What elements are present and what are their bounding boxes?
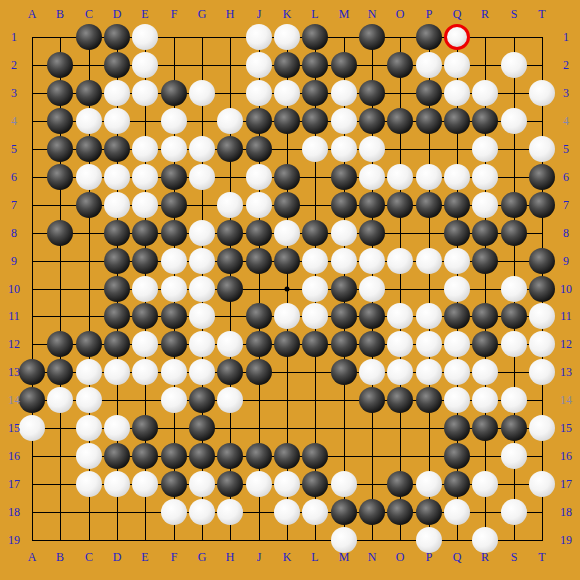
stone-black-D11[interactable]	[104, 303, 130, 329]
stone-white-F4[interactable]	[161, 108, 187, 134]
stone-white-K18[interactable]	[274, 499, 300, 525]
intersection-R1[interactable]	[471, 23, 499, 51]
stone-white-G11[interactable]	[189, 303, 215, 329]
stone-black-G15[interactable]	[189, 415, 215, 441]
intersection-A16[interactable]	[18, 442, 46, 470]
stone-black-E8[interactable]	[132, 220, 158, 246]
intersection-B1[interactable]	[46, 23, 74, 51]
stone-black-E15[interactable]	[132, 415, 158, 441]
stone-black-S11[interactable]	[501, 303, 527, 329]
stone-black-C5[interactable]	[76, 136, 102, 162]
stone-white-D15[interactable]	[104, 415, 130, 441]
stone-black-F17[interactable]	[161, 471, 187, 497]
stone-white-O6[interactable]	[387, 164, 413, 190]
intersection-A11[interactable]	[18, 302, 46, 330]
intersection-T8[interactable]	[528, 219, 556, 247]
intersection-F2[interactable]	[160, 51, 188, 79]
intersection-O16[interactable]	[386, 442, 414, 470]
stone-black-L17[interactable]	[302, 471, 328, 497]
stone-black-F12[interactable]	[161, 331, 187, 357]
stone-white-G9[interactable]	[189, 248, 215, 274]
stone-black-Q16[interactable]	[444, 443, 470, 469]
stone-white-P11[interactable]	[416, 303, 442, 329]
stone-white-K3[interactable]	[274, 80, 300, 106]
stone-white-G17[interactable]	[189, 471, 215, 497]
stone-white-H18[interactable]	[217, 499, 243, 525]
stone-white-F9[interactable]	[161, 248, 187, 274]
stone-black-F6[interactable]	[161, 164, 187, 190]
stone-white-M17[interactable]	[331, 471, 357, 497]
intersection-N2[interactable]	[358, 51, 386, 79]
stone-black-N11[interactable]	[359, 303, 385, 329]
stone-black-C1[interactable]	[76, 24, 102, 50]
stone-white-O13[interactable]	[387, 359, 413, 385]
stone-white-Q2[interactable]	[444, 52, 470, 78]
stone-white-R5[interactable]	[472, 136, 498, 162]
stone-white-T12[interactable]	[529, 331, 555, 357]
stone-black-L12[interactable]	[302, 331, 328, 357]
stone-white-N10[interactable]	[359, 276, 385, 302]
intersection-K5[interactable]	[273, 135, 301, 163]
intersection-R10[interactable]	[471, 275, 499, 303]
intersection-D14[interactable]	[103, 386, 131, 414]
stone-white-T17[interactable]	[529, 471, 555, 497]
stone-black-O2[interactable]	[387, 52, 413, 78]
intersection-B10[interactable]	[46, 275, 74, 303]
stone-white-H12[interactable]	[217, 331, 243, 357]
stone-white-L11[interactable]	[302, 303, 328, 329]
intersection-T14[interactable]	[528, 386, 556, 414]
stone-black-P3[interactable]	[416, 80, 442, 106]
intersection-B17[interactable]	[46, 470, 74, 498]
stone-black-C7[interactable]	[76, 192, 102, 218]
stone-white-O9[interactable]	[387, 248, 413, 274]
intersection-K15[interactable]	[273, 414, 301, 442]
stone-white-P17[interactable]	[416, 471, 442, 497]
stone-black-N3[interactable]	[359, 80, 385, 106]
stone-black-M10[interactable]	[331, 276, 357, 302]
stone-white-S10[interactable]	[501, 276, 527, 302]
intersection-T16[interactable]	[528, 442, 556, 470]
stone-black-N12[interactable]	[359, 331, 385, 357]
stone-white-S4[interactable]	[501, 108, 527, 134]
stone-black-G16[interactable]	[189, 443, 215, 469]
stone-white-N5[interactable]	[359, 136, 385, 162]
stone-white-C6[interactable]	[76, 164, 102, 190]
stone-white-T11[interactable]	[529, 303, 555, 329]
stone-black-O14[interactable]	[387, 387, 413, 413]
intersection-J10[interactable]	[245, 275, 273, 303]
stone-black-J9[interactable]	[246, 248, 272, 274]
stone-white-E6[interactable]	[132, 164, 158, 190]
stone-white-Q6[interactable]	[444, 164, 470, 190]
stone-black-B12[interactable]	[47, 331, 73, 357]
intersection-A4[interactable]	[18, 107, 46, 135]
stone-white-F5[interactable]	[161, 136, 187, 162]
intersection-A7[interactable]	[18, 191, 46, 219]
stone-white-E2[interactable]	[132, 52, 158, 78]
intersection-P16[interactable]	[415, 442, 443, 470]
intersection-L15[interactable]	[301, 414, 329, 442]
stone-white-B14[interactable]	[47, 387, 73, 413]
intersection-K14[interactable]	[273, 386, 301, 414]
stone-white-Q18[interactable]	[444, 499, 470, 525]
stone-black-M6[interactable]	[331, 164, 357, 190]
stone-white-E5[interactable]	[132, 136, 158, 162]
stone-black-G14[interactable]	[189, 387, 215, 413]
stone-black-A14[interactable]	[19, 387, 45, 413]
stone-white-S18[interactable]	[501, 499, 527, 525]
stone-black-D8[interactable]	[104, 220, 130, 246]
stone-white-J17[interactable]	[246, 471, 272, 497]
stone-white-C16[interactable]	[76, 443, 102, 469]
intersection-A10[interactable]	[18, 275, 46, 303]
stone-black-J5[interactable]	[246, 136, 272, 162]
stone-white-O11[interactable]	[387, 303, 413, 329]
stone-white-M8[interactable]	[331, 220, 357, 246]
stone-black-P14[interactable]	[416, 387, 442, 413]
stone-white-E10[interactable]	[132, 276, 158, 302]
intersection-A3[interactable]	[18, 79, 46, 107]
stone-white-G6[interactable]	[189, 164, 215, 190]
stone-white-D4[interactable]	[104, 108, 130, 134]
stone-black-S8[interactable]	[501, 220, 527, 246]
intersection-A17[interactable]	[18, 470, 46, 498]
stone-white-T13[interactable]	[529, 359, 555, 385]
stone-white-T15[interactable]	[529, 415, 555, 441]
last-move-marker-Q1[interactable]	[444, 24, 470, 50]
intersection-J15[interactable]	[245, 414, 273, 442]
stone-black-H5[interactable]	[217, 136, 243, 162]
stone-white-L9[interactable]	[302, 248, 328, 274]
intersection-M15[interactable]	[330, 414, 358, 442]
stone-white-P9[interactable]	[416, 248, 442, 274]
stone-white-R7[interactable]	[472, 192, 498, 218]
stone-white-S2[interactable]	[501, 52, 527, 78]
stone-white-D3[interactable]	[104, 80, 130, 106]
intersection-B16[interactable]	[46, 442, 74, 470]
stone-black-D2[interactable]	[104, 52, 130, 78]
stone-white-S16[interactable]	[501, 443, 527, 469]
intersection-J14[interactable]	[245, 386, 273, 414]
intersection-A8[interactable]	[18, 219, 46, 247]
stone-black-J12[interactable]	[246, 331, 272, 357]
stone-white-K11[interactable]	[274, 303, 300, 329]
stone-black-M11[interactable]	[331, 303, 357, 329]
stone-white-C17[interactable]	[76, 471, 102, 497]
stone-black-B8[interactable]	[47, 220, 73, 246]
stone-black-Q11[interactable]	[444, 303, 470, 329]
stone-white-J2[interactable]	[246, 52, 272, 78]
stone-black-F7[interactable]	[161, 192, 187, 218]
stone-white-Q3[interactable]	[444, 80, 470, 106]
stone-white-K1[interactable]	[274, 24, 300, 50]
intersection-C8[interactable]	[75, 219, 103, 247]
stone-black-D10[interactable]	[104, 276, 130, 302]
intersection-K10[interactable]	[273, 275, 301, 303]
intersection-M1[interactable]	[330, 23, 358, 51]
stone-black-F11[interactable]	[161, 303, 187, 329]
stone-black-N4[interactable]	[359, 108, 385, 134]
intersection-Q5[interactable]	[443, 135, 471, 163]
stone-white-E13[interactable]	[132, 359, 158, 385]
stone-white-H4[interactable]	[217, 108, 243, 134]
intersection-O3[interactable]	[386, 79, 414, 107]
stone-black-P4[interactable]	[416, 108, 442, 134]
intersection-J18[interactable]	[245, 498, 273, 526]
intersection-C10[interactable]	[75, 275, 103, 303]
intersection-M16[interactable]	[330, 442, 358, 470]
stone-black-P18[interactable]	[416, 499, 442, 525]
stone-black-D16[interactable]	[104, 443, 130, 469]
intersection-K13[interactable]	[273, 358, 301, 386]
stone-white-E1[interactable]	[132, 24, 158, 50]
stone-white-G18[interactable]	[189, 499, 215, 525]
intersection-G2[interactable]	[188, 51, 216, 79]
stone-black-J4[interactable]	[246, 108, 272, 134]
stone-white-N13[interactable]	[359, 359, 385, 385]
intersection-T2[interactable]	[528, 51, 556, 79]
intersection-L14[interactable]	[301, 386, 329, 414]
stone-white-T5[interactable]	[529, 136, 555, 162]
stone-black-T10[interactable]	[529, 276, 555, 302]
stone-black-L16[interactable]	[302, 443, 328, 469]
stone-black-Q7[interactable]	[444, 192, 470, 218]
stone-white-C14[interactable]	[76, 387, 102, 413]
intersection-H2[interactable]	[216, 51, 244, 79]
stone-black-N7[interactable]	[359, 192, 385, 218]
stone-black-L4[interactable]	[302, 108, 328, 134]
intersection-S9[interactable]	[500, 247, 528, 275]
intersection-H15[interactable]	[216, 414, 244, 442]
stone-black-M2[interactable]	[331, 52, 357, 78]
stone-black-H8[interactable]	[217, 220, 243, 246]
intersection-B15[interactable]	[46, 414, 74, 442]
stone-white-J7[interactable]	[246, 192, 272, 218]
intersection-S17[interactable]	[500, 470, 528, 498]
stone-white-D17[interactable]	[104, 471, 130, 497]
stone-black-E11[interactable]	[132, 303, 158, 329]
intersection-H3[interactable]	[216, 79, 244, 107]
stone-black-J8[interactable]	[246, 220, 272, 246]
stone-white-R14[interactable]	[472, 387, 498, 413]
stone-white-H7[interactable]	[217, 192, 243, 218]
stone-black-R4[interactable]	[472, 108, 498, 134]
stone-black-D5[interactable]	[104, 136, 130, 162]
stone-black-R12[interactable]	[472, 331, 498, 357]
intersection-B9[interactable]	[46, 247, 74, 275]
intersection-S5[interactable]	[500, 135, 528, 163]
intersection-C2[interactable]	[75, 51, 103, 79]
intersection-G4[interactable]	[188, 107, 216, 135]
stone-black-D9[interactable]	[104, 248, 130, 274]
intersection-A1[interactable]	[18, 23, 46, 51]
stone-white-Q10[interactable]	[444, 276, 470, 302]
stone-black-L3[interactable]	[302, 80, 328, 106]
intersection-T18[interactable]	[528, 498, 556, 526]
intersection-A9[interactable]	[18, 247, 46, 275]
stone-white-R13[interactable]	[472, 359, 498, 385]
intersection-A18[interactable]	[18, 498, 46, 526]
stone-black-D1[interactable]	[104, 24, 130, 50]
stone-white-G8[interactable]	[189, 220, 215, 246]
intersection-S13[interactable]	[500, 358, 528, 386]
intersection-G7[interactable]	[188, 191, 216, 219]
stone-white-F10[interactable]	[161, 276, 187, 302]
stone-black-O18[interactable]	[387, 499, 413, 525]
stone-black-H17[interactable]	[217, 471, 243, 497]
stone-white-P13[interactable]	[416, 359, 442, 385]
intersection-S1[interactable]	[500, 23, 528, 51]
intersection-B7[interactable]	[46, 191, 74, 219]
stone-white-R6[interactable]	[472, 164, 498, 190]
stone-white-F18[interactable]	[161, 499, 187, 525]
stone-black-Q4[interactable]	[444, 108, 470, 134]
stone-black-K4[interactable]	[274, 108, 300, 134]
stone-black-N1[interactable]	[359, 24, 385, 50]
intersection-N16[interactable]	[358, 442, 386, 470]
stone-black-L8[interactable]	[302, 220, 328, 246]
stone-black-B5[interactable]	[47, 136, 73, 162]
intersection-C11[interactable]	[75, 302, 103, 330]
stone-white-D7[interactable]	[104, 192, 130, 218]
stone-black-M13[interactable]	[331, 359, 357, 385]
stone-white-O12[interactable]	[387, 331, 413, 357]
intersection-O15[interactable]	[386, 414, 414, 442]
stone-black-R11[interactable]	[472, 303, 498, 329]
stone-black-K7[interactable]	[274, 192, 300, 218]
stone-white-L5[interactable]	[302, 136, 328, 162]
stone-black-C3[interactable]	[76, 80, 102, 106]
stone-white-Q14[interactable]	[444, 387, 470, 413]
stone-black-S7[interactable]	[501, 192, 527, 218]
stone-white-C15[interactable]	[76, 415, 102, 441]
intersection-P10[interactable]	[415, 275, 443, 303]
stone-black-L1[interactable]	[302, 24, 328, 50]
stone-black-R8[interactable]	[472, 220, 498, 246]
stone-black-J11[interactable]	[246, 303, 272, 329]
intersection-P15[interactable]	[415, 414, 443, 442]
intersection-F15[interactable]	[160, 414, 188, 442]
intersection-B11[interactable]	[46, 302, 74, 330]
stone-white-F14[interactable]	[161, 387, 187, 413]
stone-white-G12[interactable]	[189, 331, 215, 357]
stone-white-K17[interactable]	[274, 471, 300, 497]
intersection-H11[interactable]	[216, 302, 244, 330]
stone-white-Q12[interactable]	[444, 331, 470, 357]
intersection-L6[interactable]	[301, 163, 329, 191]
stone-white-G10[interactable]	[189, 276, 215, 302]
stone-black-E16[interactable]	[132, 443, 158, 469]
intersection-B18[interactable]	[46, 498, 74, 526]
stone-white-D6[interactable]	[104, 164, 130, 190]
stone-white-J6[interactable]	[246, 164, 272, 190]
intersection-O1[interactable]	[386, 23, 414, 51]
stone-black-H9[interactable]	[217, 248, 243, 274]
stone-white-S12[interactable]	[501, 331, 527, 357]
stone-black-B3[interactable]	[47, 80, 73, 106]
intersection-N17[interactable]	[358, 470, 386, 498]
stone-white-P6[interactable]	[416, 164, 442, 190]
stone-white-F13[interactable]	[161, 359, 187, 385]
stone-white-C4[interactable]	[76, 108, 102, 134]
stone-white-N9[interactable]	[359, 248, 385, 274]
stone-black-O7[interactable]	[387, 192, 413, 218]
stone-black-M7[interactable]	[331, 192, 357, 218]
stone-black-T7[interactable]	[529, 192, 555, 218]
stone-black-Q17[interactable]	[444, 471, 470, 497]
stone-black-J16[interactable]	[246, 443, 272, 469]
stone-white-Q13[interactable]	[444, 359, 470, 385]
intersection-O8[interactable]	[386, 219, 414, 247]
intersection-P5[interactable]	[415, 135, 443, 163]
stone-white-Q9[interactable]	[444, 248, 470, 274]
intersection-L13[interactable]	[301, 358, 329, 386]
stone-black-Q8[interactable]	[444, 220, 470, 246]
stone-white-A15[interactable]	[19, 415, 45, 441]
stone-white-P2[interactable]	[416, 52, 442, 78]
stone-white-E7[interactable]	[132, 192, 158, 218]
intersection-E4[interactable]	[131, 107, 159, 135]
stone-white-E3[interactable]	[132, 80, 158, 106]
stone-black-N8[interactable]	[359, 220, 385, 246]
stone-black-A13[interactable]	[19, 359, 45, 385]
intersection-G1[interactable]	[188, 23, 216, 51]
intersection-S6[interactable]	[500, 163, 528, 191]
stone-black-K9[interactable]	[274, 248, 300, 274]
stone-white-M3[interactable]	[331, 80, 357, 106]
intersection-D18[interactable]	[103, 498, 131, 526]
stone-black-K16[interactable]	[274, 443, 300, 469]
intersection-C9[interactable]	[75, 247, 103, 275]
stone-white-M9[interactable]	[331, 248, 357, 274]
intersection-T1[interactable]	[528, 23, 556, 51]
intersection-E18[interactable]	[131, 498, 159, 526]
stone-white-G5[interactable]	[189, 136, 215, 162]
stone-white-M5[interactable]	[331, 136, 357, 162]
stone-white-E17[interactable]	[132, 471, 158, 497]
stone-white-J3[interactable]	[246, 80, 272, 106]
stone-white-P12[interactable]	[416, 331, 442, 357]
stone-black-L2[interactable]	[302, 52, 328, 78]
stone-black-R9[interactable]	[472, 248, 498, 274]
stone-white-S14[interactable]	[501, 387, 527, 413]
stone-white-R17[interactable]	[472, 471, 498, 497]
stone-white-K8[interactable]	[274, 220, 300, 246]
stone-black-R15[interactable]	[472, 415, 498, 441]
intersection-O10[interactable]	[386, 275, 414, 303]
stone-black-K12[interactable]	[274, 331, 300, 357]
intersection-H1[interactable]	[216, 23, 244, 51]
stone-white-C13[interactable]	[76, 359, 102, 385]
stone-black-B4[interactable]	[47, 108, 73, 134]
stone-black-P1[interactable]	[416, 24, 442, 50]
stone-black-J13[interactable]	[246, 359, 272, 385]
intersection-A6[interactable]	[18, 163, 46, 191]
intersection-R16[interactable]	[471, 442, 499, 470]
stone-black-B2[interactable]	[47, 52, 73, 78]
stone-black-E9[interactable]	[132, 248, 158, 274]
stone-black-C12[interactable]	[76, 331, 102, 357]
stone-black-K6[interactable]	[274, 164, 300, 190]
stone-black-H13[interactable]	[217, 359, 243, 385]
intersection-A12[interactable]	[18, 330, 46, 358]
intersection-A5[interactable]	[18, 135, 46, 163]
stone-white-L18[interactable]	[302, 499, 328, 525]
stone-black-F3[interactable]	[161, 80, 187, 106]
intersection-O5[interactable]	[386, 135, 414, 163]
intersection-S3[interactable]	[500, 79, 528, 107]
